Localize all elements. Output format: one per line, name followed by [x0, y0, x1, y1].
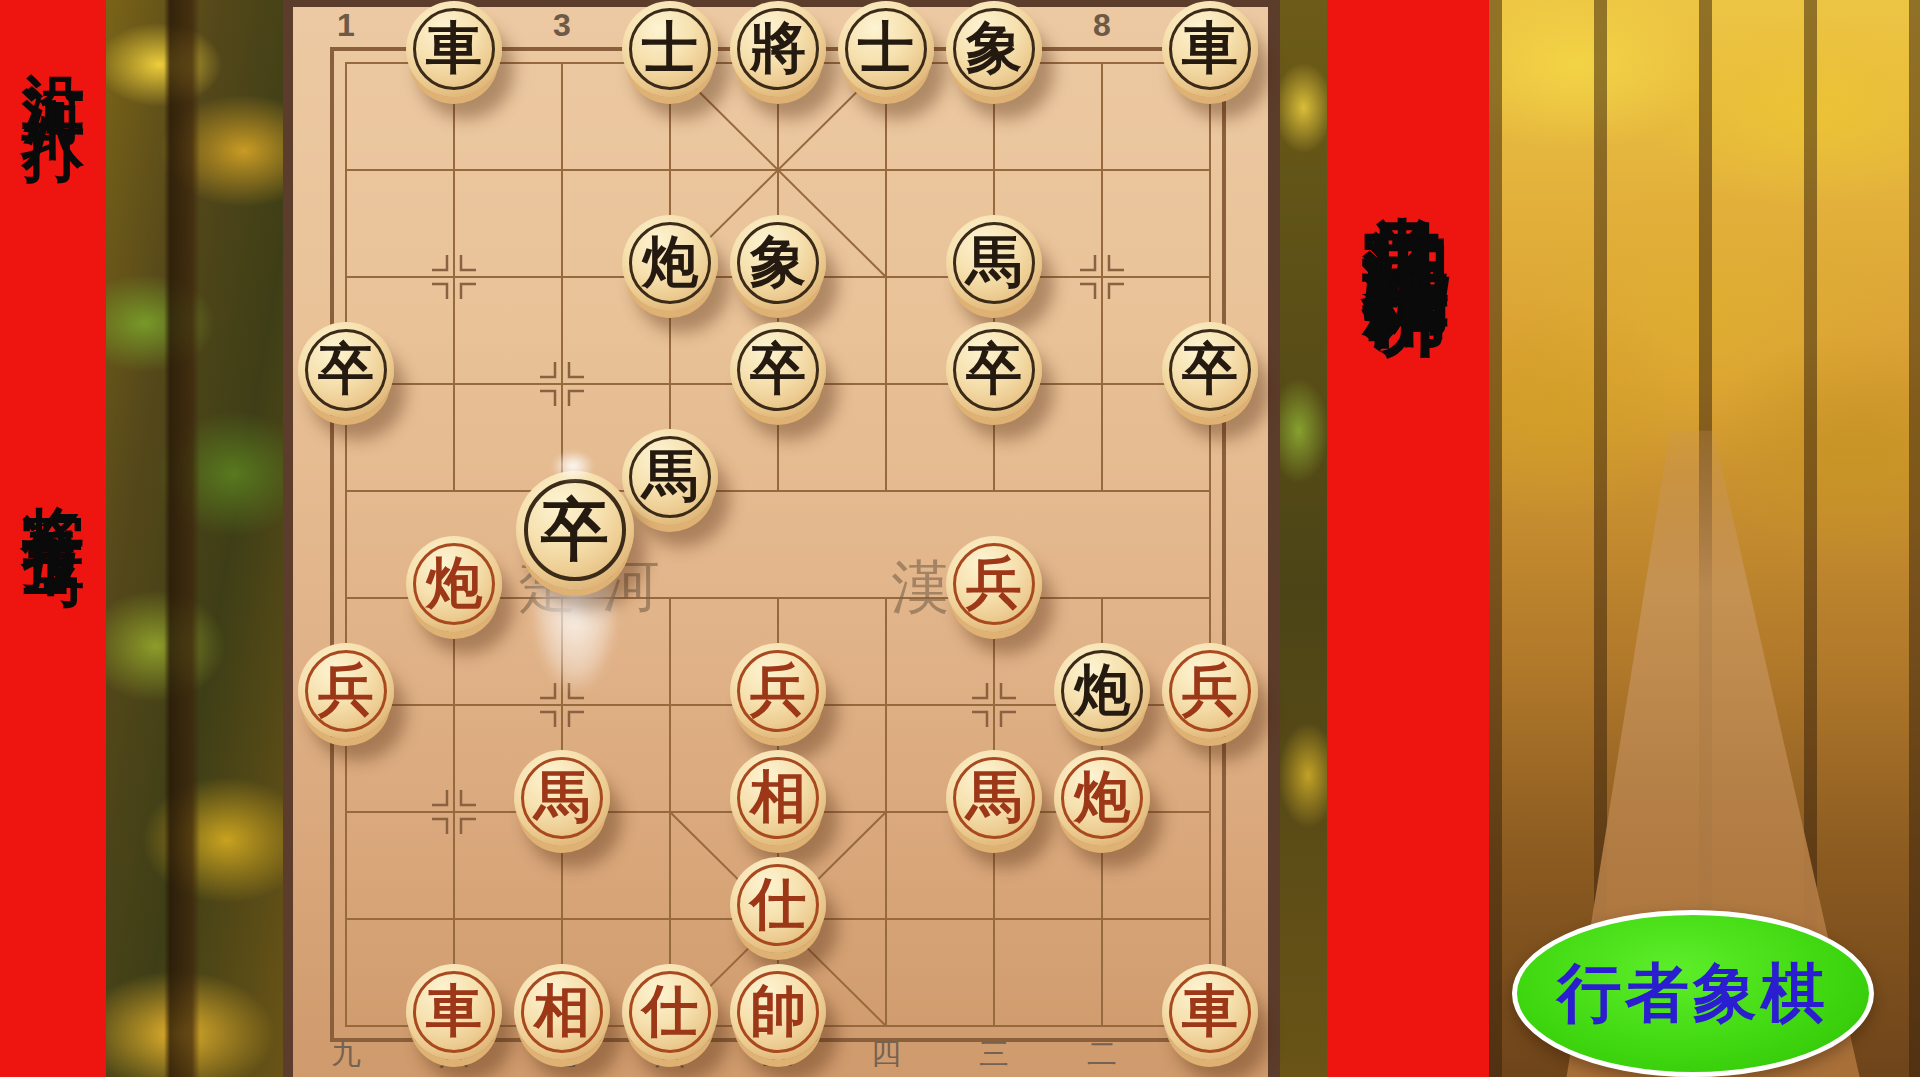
piece-red-f2r9[interactable]: 車	[406, 964, 502, 1060]
piece-character: 炮	[642, 225, 698, 301]
file-label-bottom-三: 三	[979, 1034, 1009, 1075]
piece-black-f4r0[interactable]: 士	[622, 1, 718, 97]
piece-character: 卒	[318, 332, 374, 408]
piece-character: 士	[642, 11, 698, 87]
piece-character: 馬	[534, 760, 590, 836]
piece-character: 馬	[966, 760, 1022, 836]
right-banner-title: 常见江湖骗招精讲	[1350, 146, 1467, 210]
piece-character: 車	[426, 11, 482, 87]
piece-character: 炮	[1074, 653, 1130, 729]
piece-red-f8r7[interactable]: 炮	[1054, 750, 1150, 846]
piece-character: 相	[534, 974, 590, 1050]
file-label-top-1: 1	[337, 7, 355, 44]
piece-character: 將	[750, 11, 806, 87]
video-frame: 沿河十八打 将军拉下马 常见江湖骗招精讲 楚河 漢界 123456789九八七六…	[0, 0, 1920, 1077]
forest-photo-left	[106, 0, 283, 1077]
piece-red-f5r7[interactable]: 相	[730, 750, 826, 846]
left-banner-title-line2: 将军拉下马	[11, 456, 95, 516]
file-label-top-8: 8	[1093, 7, 1111, 44]
piece-black-f2r0[interactable]: 車	[406, 1, 502, 97]
file-label-bottom-九: 九	[331, 1034, 361, 1075]
piece-character: 兵	[750, 653, 806, 729]
piece-red-f2r5[interactable]: 炮	[406, 536, 502, 632]
piece-red-f7r7[interactable]: 馬	[946, 750, 1042, 846]
piece-character: 車	[1182, 11, 1238, 87]
piece-black-f8r6[interactable]: 炮	[1054, 643, 1150, 739]
piece-red-f9r6[interactable]: 兵	[1162, 643, 1258, 739]
piece-character: 兵	[318, 653, 374, 729]
piece-black-f1r3[interactable]: 卒	[298, 322, 394, 418]
right-red-banner: 常见江湖骗招精讲	[1327, 0, 1489, 1077]
piece-red-f1r6[interactable]: 兵	[298, 643, 394, 739]
piece-red-f7r5[interactable]: 兵	[946, 536, 1042, 632]
piece-character: 卒	[750, 332, 806, 408]
piece-character: 相	[750, 760, 806, 836]
piece-red-f5r8[interactable]: 仕	[730, 857, 826, 953]
piece-black-f5r3[interactable]: 卒	[730, 322, 826, 418]
piece-red-f4r9[interactable]: 仕	[622, 964, 718, 1060]
file-label-bottom-二: 二	[1087, 1034, 1117, 1075]
piece-black-f5r0[interactable]: 將	[730, 1, 826, 97]
piece-character: 象	[750, 225, 806, 301]
left-banner-title-line1: 沿河十八打	[11, 24, 95, 84]
piece-character: 象	[966, 11, 1022, 87]
piece-black-f4r4[interactable]: 馬	[622, 429, 718, 525]
piece-red-f3r7[interactable]: 馬	[514, 750, 610, 846]
piece-character: 兵	[1182, 653, 1238, 729]
piece-character: 兵	[966, 546, 1022, 622]
piece-character: 卒	[541, 485, 609, 576]
piece-character: 仕	[642, 974, 698, 1050]
piece-character: 炮	[1074, 760, 1130, 836]
piece-character: 馬	[966, 225, 1022, 301]
piece-character: 士	[858, 11, 914, 87]
piece-black-f7r0[interactable]: 象	[946, 1, 1042, 97]
piece-black-f5r2[interactable]: 象	[730, 215, 826, 311]
piece-black-f4r2[interactable]: 炮	[622, 215, 718, 311]
piece-red-f3r9[interactable]: 相	[514, 964, 610, 1060]
piece-black-f3r5[interactable]: 卒	[516, 471, 634, 589]
piece-black-f6r0[interactable]: 士	[838, 1, 934, 97]
piece-character: 車	[1182, 974, 1238, 1050]
piece-character: 仕	[750, 867, 806, 943]
file-label-bottom-四: 四	[871, 1034, 901, 1075]
left-red-banner: 沿河十八打 将军拉下马	[0, 0, 106, 1077]
piece-character: 帥	[750, 974, 806, 1050]
piece-character: 卒	[1182, 332, 1238, 408]
piece-black-f7r2[interactable]: 馬	[946, 215, 1042, 311]
move-sparkle	[551, 450, 595, 482]
forest-photo-strip	[1280, 0, 1327, 1077]
piece-red-f5r9[interactable]: 帥	[730, 964, 826, 1060]
piece-red-f5r6[interactable]: 兵	[730, 643, 826, 739]
piece-character: 車	[426, 974, 482, 1050]
piece-character: 炮	[426, 546, 482, 622]
piece-character: 馬	[642, 439, 698, 515]
file-label-top-3: 3	[553, 7, 571, 44]
piece-character: 卒	[966, 332, 1022, 408]
piece-black-f9r3[interactable]: 卒	[1162, 322, 1258, 418]
channel-logo-text: 行者象棋	[1557, 950, 1829, 1037]
xiangqi-board[interactable]: 楚河 漢界 123456789九八七六五四三二一車士將士象車炮象馬卒卒卒卒馬卒炮…	[283, 0, 1280, 1077]
piece-red-f9r9[interactable]: 車	[1162, 964, 1258, 1060]
channel-logo-oval: 行者象棋	[1512, 910, 1874, 1077]
piece-black-f9r0[interactable]: 車	[1162, 1, 1258, 97]
piece-black-f7r3[interactable]: 卒	[946, 322, 1042, 418]
